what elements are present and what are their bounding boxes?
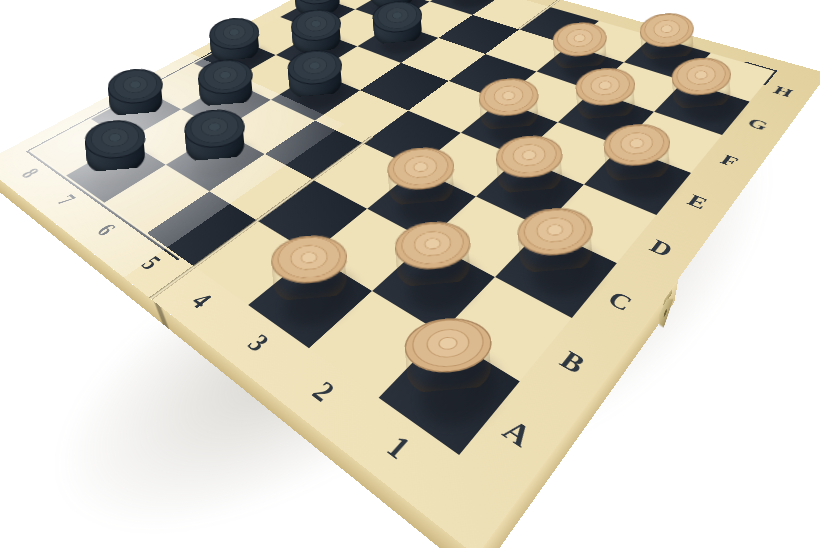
file-label-G: G [738, 114, 777, 137]
file-label-B: B [545, 341, 599, 386]
photo-stage: 12345678ABCDEFGH [0, 0, 820, 548]
file-label-D: D [638, 232, 684, 265]
file-label-H: H [765, 82, 801, 102]
file-label-A: A [488, 408, 546, 461]
file-label-C: C [595, 283, 645, 321]
checkers-board: 12345678ABCDEFGH [0, 0, 820, 548]
file-label-F: F [709, 149, 750, 174]
file-label-E: E [675, 188, 718, 217]
